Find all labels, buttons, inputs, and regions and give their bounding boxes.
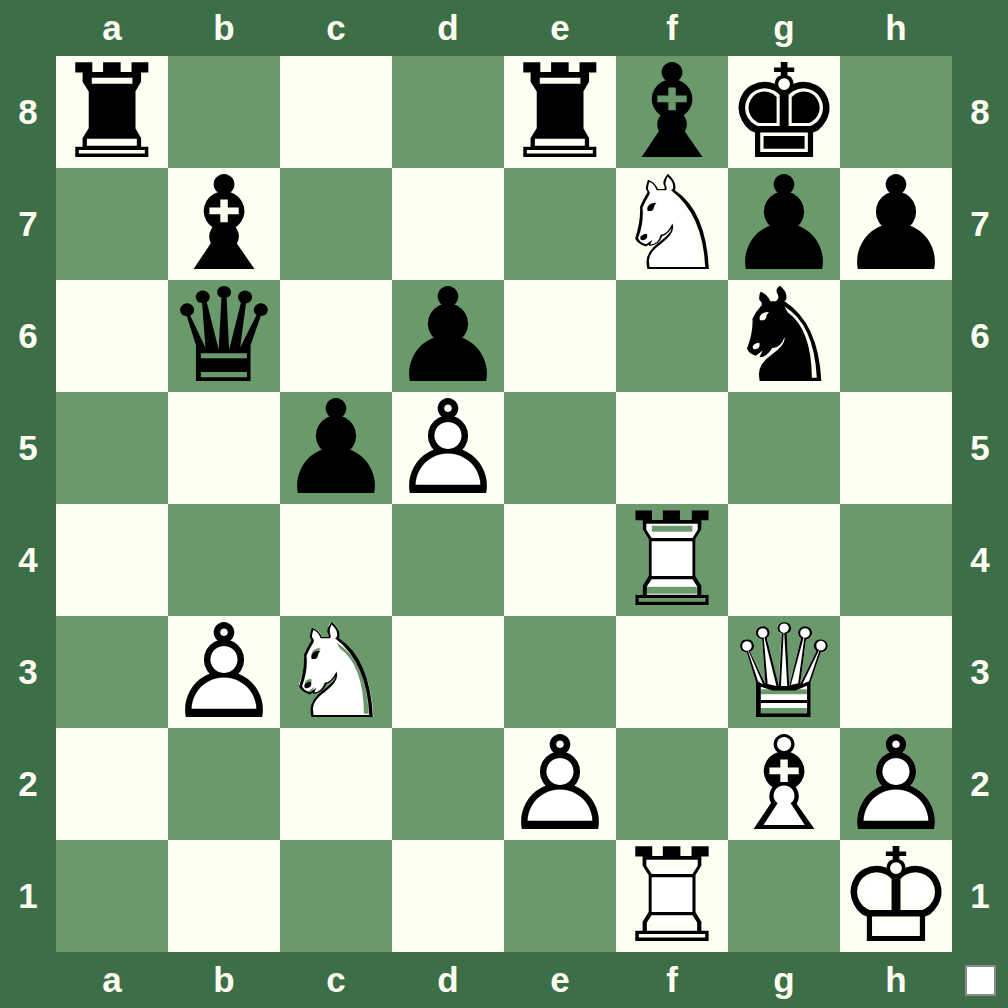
square-h1[interactable]: ♚♔ [840,840,952,952]
border-corner-bottom-left [0,952,56,1008]
square-a7[interactable] [56,168,168,280]
square-d5[interactable]: ♟♙ [392,392,504,504]
square-e4[interactable] [504,504,616,616]
rank-label-4: 4 [952,504,1008,616]
white-piece-outline: ♙ [504,728,616,840]
file-label-g: g [728,952,840,1008]
piece-white-king[interactable]: ♚♔ [840,840,952,952]
square-b5[interactable] [168,392,280,504]
square-h6[interactable] [840,280,952,392]
white-piece-outline: ♘ [280,616,392,728]
file-label-h: h [840,0,952,56]
rank-label-8: 8 [0,56,56,168]
square-d2[interactable] [392,728,504,840]
white-piece-outline: ♗ [728,728,840,840]
piece-white-pawn[interactable]: ♟♙ [504,728,616,840]
rank-label-7: 7 [0,168,56,280]
square-h4[interactable] [840,504,952,616]
square-b2[interactable] [168,728,280,840]
square-d1[interactable] [392,840,504,952]
square-e7[interactable] [504,168,616,280]
square-d3[interactable] [392,616,504,728]
square-a4[interactable] [56,504,168,616]
black-piece-glyph: ♛ [168,280,280,392]
file-label-b: b [168,0,280,56]
square-e6[interactable] [504,280,616,392]
square-c5[interactable]: ♟ [280,392,392,504]
square-c3[interactable]: ♞♘ [280,616,392,728]
square-e8[interactable]: ♜ [504,56,616,168]
square-f6[interactable] [616,280,728,392]
black-piece-glyph: ♜ [56,56,168,168]
piece-black-pawn[interactable]: ♟ [840,168,952,280]
square-e1[interactable] [504,840,616,952]
square-b6[interactable]: ♛ [168,280,280,392]
square-c1[interactable] [280,840,392,952]
square-b3[interactable]: ♟♙ [168,616,280,728]
white-piece-outline: ♘ [616,168,728,280]
rank-label-4: 4 [0,504,56,616]
chess-board-frame: abcdefgh8♜♜♝♚87♝♞♘♟♟76♛♟♞65♟♟♙54♜♖43♟♙♞♘… [0,0,1008,1008]
turn-indicator [965,965,996,996]
square-a6[interactable] [56,280,168,392]
square-a3[interactable] [56,616,168,728]
rank-label-3: 3 [0,616,56,728]
white-piece-outline: ♙ [168,616,280,728]
piece-black-rook[interactable]: ♜ [56,56,168,168]
piece-white-pawn[interactable]: ♟♙ [392,392,504,504]
black-piece-glyph: ♟ [280,392,392,504]
square-a1[interactable] [56,840,168,952]
rank-label-2: 2 [952,728,1008,840]
border-corner-bottom-right [952,952,1008,1008]
piece-white-pawn[interactable]: ♟♙ [168,616,280,728]
square-e5[interactable] [504,392,616,504]
white-piece-outline: ♖ [616,840,728,952]
square-a5[interactable] [56,392,168,504]
piece-white-knight[interactable]: ♞♘ [616,168,728,280]
square-g6[interactable]: ♞ [728,280,840,392]
rank-label-3: 3 [952,616,1008,728]
square-d4[interactable] [392,504,504,616]
rank-label-7: 7 [952,168,1008,280]
white-piece-outline: ♖ [616,504,728,616]
square-g1[interactable] [728,840,840,952]
border-corner-top-right [952,0,1008,56]
square-f7[interactable]: ♞♘ [616,168,728,280]
white-piece-outline: ♔ [840,840,952,952]
border-corner-top-left [0,0,56,56]
rank-label-2: 2 [0,728,56,840]
square-g5[interactable] [728,392,840,504]
square-g2[interactable]: ♝♗ [728,728,840,840]
rank-label-5: 5 [952,392,1008,504]
rank-label-1: 1 [0,840,56,952]
square-h7[interactable]: ♟ [840,168,952,280]
rank-label-6: 6 [952,280,1008,392]
square-c8[interactable] [280,56,392,168]
rank-label-8: 8 [952,56,1008,168]
piece-black-rook[interactable]: ♜ [504,56,616,168]
square-a8[interactable]: ♜ [56,56,168,168]
file-label-c: c [280,0,392,56]
piece-black-queen[interactable]: ♛ [168,280,280,392]
rank-label-1: 1 [952,840,1008,952]
file-label-c: c [280,952,392,1008]
square-h5[interactable] [840,392,952,504]
rank-label-5: 5 [0,392,56,504]
square-c2[interactable] [280,728,392,840]
white-piece-outline: ♙ [392,392,504,504]
square-b1[interactable] [168,840,280,952]
rank-label-6: 6 [0,280,56,392]
square-e2[interactable]: ♟♙ [504,728,616,840]
piece-white-rook[interactable]: ♜♖ [616,840,728,952]
file-label-d: d [392,0,504,56]
square-f4[interactable]: ♜♖ [616,504,728,616]
piece-white-knight[interactable]: ♞♘ [280,616,392,728]
black-piece-glyph: ♞ [728,280,840,392]
file-label-b: b [168,952,280,1008]
square-d8[interactable] [392,56,504,168]
black-piece-glyph: ♜ [504,56,616,168]
black-piece-glyph: ♟ [840,168,952,280]
square-a2[interactable] [56,728,168,840]
file-label-d: d [392,952,504,1008]
piece-white-rook[interactable]: ♜♖ [616,504,728,616]
piece-white-bishop[interactable]: ♝♗ [728,728,840,840]
square-f3[interactable] [616,616,728,728]
square-c7[interactable] [280,168,392,280]
file-label-e: e [504,952,616,1008]
square-f1[interactable]: ♜♖ [616,840,728,952]
piece-black-knight[interactable]: ♞ [728,280,840,392]
file-label-a: a [56,952,168,1008]
piece-black-pawn[interactable]: ♟ [280,392,392,504]
